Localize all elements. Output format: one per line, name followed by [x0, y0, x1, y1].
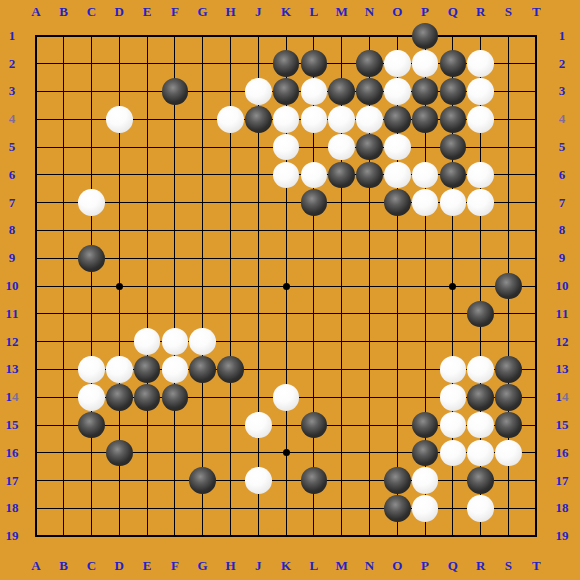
intersection-B11[interactable] [50, 300, 78, 328]
intersection-L7[interactable] [300, 189, 328, 217]
intersection-J9[interactable] [244, 244, 272, 272]
intersection-C17[interactable] [78, 467, 106, 495]
intersection-F12[interactable] [161, 328, 189, 356]
intersection-R5[interactable] [467, 133, 495, 161]
intersection-P17[interactable] [411, 467, 439, 495]
intersection-D1[interactable] [105, 22, 133, 50]
intersection-S18[interactable] [495, 495, 523, 523]
intersection-B7[interactable] [50, 189, 78, 217]
intersection-D12[interactable] [105, 328, 133, 356]
intersection-O6[interactable] [383, 161, 411, 189]
intersection-P2[interactable] [411, 50, 439, 78]
intersection-S12[interactable] [495, 328, 523, 356]
intersection-F9[interactable] [161, 244, 189, 272]
intersection-J5[interactable] [244, 133, 272, 161]
intersection-K2[interactable] [272, 50, 300, 78]
intersection-Q13[interactable] [439, 356, 467, 384]
intersection-K5[interactable] [272, 133, 300, 161]
intersection-A18[interactable] [22, 495, 50, 523]
intersection-B5[interactable] [50, 133, 78, 161]
intersection-S9[interactable] [495, 244, 523, 272]
intersection-E3[interactable] [133, 78, 161, 106]
intersection-K13[interactable] [272, 356, 300, 384]
intersection-F13[interactable] [161, 356, 189, 384]
intersection-O5[interactable] [383, 133, 411, 161]
intersection-L4[interactable] [300, 105, 328, 133]
intersection-A1[interactable] [22, 22, 50, 50]
intersection-O12[interactable] [383, 328, 411, 356]
intersection-D15[interactable] [105, 411, 133, 439]
intersection-M18[interactable] [328, 495, 356, 523]
intersection-P4[interactable] [411, 105, 439, 133]
intersection-H4[interactable] [217, 105, 245, 133]
intersection-Q2[interactable] [439, 50, 467, 78]
intersection-Q3[interactable] [439, 78, 467, 106]
intersection-B14[interactable] [50, 383, 78, 411]
intersection-H10[interactable] [217, 272, 245, 300]
intersection-N15[interactable] [356, 411, 384, 439]
intersection-M8[interactable] [328, 217, 356, 245]
intersection-B17[interactable] [50, 467, 78, 495]
intersection-N12[interactable] [356, 328, 384, 356]
intersection-S13[interactable] [495, 356, 523, 384]
intersection-F11[interactable] [161, 300, 189, 328]
intersection-G13[interactable] [189, 356, 217, 384]
intersection-S17[interactable] [495, 467, 523, 495]
intersection-H12[interactable] [217, 328, 245, 356]
intersection-C15[interactable] [78, 411, 106, 439]
intersection-C8[interactable] [78, 217, 106, 245]
intersection-B15[interactable] [50, 411, 78, 439]
intersection-C18[interactable] [78, 495, 106, 523]
intersection-H3[interactable] [217, 78, 245, 106]
intersection-Q14[interactable] [439, 383, 467, 411]
intersection-N9[interactable] [356, 244, 384, 272]
intersection-M17[interactable] [328, 467, 356, 495]
intersection-H17[interactable] [217, 467, 245, 495]
intersection-T14[interactable] [522, 383, 550, 411]
intersection-O11[interactable] [383, 300, 411, 328]
intersection-M6[interactable] [328, 161, 356, 189]
intersection-D5[interactable] [105, 133, 133, 161]
intersection-E10[interactable] [133, 272, 161, 300]
intersection-J1[interactable] [244, 22, 272, 50]
intersection-E13[interactable] [133, 356, 161, 384]
intersection-E15[interactable] [133, 411, 161, 439]
intersection-C10[interactable] [78, 272, 106, 300]
intersection-Q5[interactable] [439, 133, 467, 161]
intersection-E17[interactable] [133, 467, 161, 495]
intersection-Q16[interactable] [439, 439, 467, 467]
intersection-P9[interactable] [411, 244, 439, 272]
intersection-B3[interactable] [50, 78, 78, 106]
intersection-P3[interactable] [411, 78, 439, 106]
intersection-N5[interactable] [356, 133, 384, 161]
intersection-P16[interactable] [411, 439, 439, 467]
intersection-K3[interactable] [272, 78, 300, 106]
intersection-C1[interactable] [78, 22, 106, 50]
intersection-B19[interactable] [50, 522, 78, 550]
intersection-O19[interactable] [383, 522, 411, 550]
intersection-T10[interactable] [522, 272, 550, 300]
intersection-G15[interactable] [189, 411, 217, 439]
intersection-N6[interactable] [356, 161, 384, 189]
intersection-L12[interactable] [300, 328, 328, 356]
intersection-A7[interactable] [22, 189, 50, 217]
intersection-Q10[interactable] [439, 272, 467, 300]
intersection-N16[interactable] [356, 439, 384, 467]
intersection-R10[interactable] [467, 272, 495, 300]
intersection-K17[interactable] [272, 467, 300, 495]
intersection-K4[interactable] [272, 105, 300, 133]
intersection-R9[interactable] [467, 244, 495, 272]
intersection-A8[interactable] [22, 217, 50, 245]
intersection-C2[interactable] [78, 50, 106, 78]
intersection-P14[interactable] [411, 383, 439, 411]
intersection-M19[interactable] [328, 522, 356, 550]
intersection-P11[interactable] [411, 300, 439, 328]
intersection-S16[interactable] [495, 439, 523, 467]
intersection-C12[interactable] [78, 328, 106, 356]
intersection-M15[interactable] [328, 411, 356, 439]
intersection-B12[interactable] [50, 328, 78, 356]
intersection-C16[interactable] [78, 439, 106, 467]
intersection-J7[interactable] [244, 189, 272, 217]
intersection-E19[interactable] [133, 522, 161, 550]
intersection-T15[interactable] [522, 411, 550, 439]
intersection-H7[interactable] [217, 189, 245, 217]
intersection-R13[interactable] [467, 356, 495, 384]
intersection-P15[interactable] [411, 411, 439, 439]
intersection-M16[interactable] [328, 439, 356, 467]
intersection-R3[interactable] [467, 78, 495, 106]
intersection-O17[interactable] [383, 467, 411, 495]
intersection-A3[interactable] [22, 78, 50, 106]
intersection-G16[interactable] [189, 439, 217, 467]
intersection-M5[interactable] [328, 133, 356, 161]
intersection-P18[interactable] [411, 495, 439, 523]
intersection-J4[interactable] [244, 105, 272, 133]
intersection-D18[interactable] [105, 495, 133, 523]
intersection-F6[interactable] [161, 161, 189, 189]
intersection-M10[interactable] [328, 272, 356, 300]
intersection-J18[interactable] [244, 495, 272, 523]
intersection-J10[interactable] [244, 272, 272, 300]
intersection-B8[interactable] [50, 217, 78, 245]
intersection-R4[interactable] [467, 105, 495, 133]
intersection-L15[interactable] [300, 411, 328, 439]
intersection-B6[interactable] [50, 161, 78, 189]
intersection-D9[interactable] [105, 244, 133, 272]
intersection-P7[interactable] [411, 189, 439, 217]
intersection-S10[interactable] [495, 272, 523, 300]
intersection-T17[interactable] [522, 467, 550, 495]
intersection-Q9[interactable] [439, 244, 467, 272]
intersection-Q4[interactable] [439, 105, 467, 133]
intersection-G11[interactable] [189, 300, 217, 328]
intersection-T3[interactable] [522, 78, 550, 106]
intersection-J13[interactable] [244, 356, 272, 384]
intersection-G1[interactable] [189, 22, 217, 50]
intersection-T11[interactable] [522, 300, 550, 328]
intersection-O3[interactable] [383, 78, 411, 106]
intersection-T16[interactable] [522, 439, 550, 467]
intersection-A13[interactable] [22, 356, 50, 384]
intersection-A17[interactable] [22, 467, 50, 495]
intersection-B16[interactable] [50, 439, 78, 467]
intersection-S6[interactable] [495, 161, 523, 189]
intersection-N17[interactable] [356, 467, 384, 495]
intersection-F4[interactable] [161, 105, 189, 133]
intersection-M3[interactable] [328, 78, 356, 106]
intersection-B18[interactable] [50, 495, 78, 523]
intersection-G8[interactable] [189, 217, 217, 245]
intersection-H1[interactable] [217, 22, 245, 50]
intersection-S5[interactable] [495, 133, 523, 161]
intersection-F8[interactable] [161, 217, 189, 245]
intersection-D13[interactable] [105, 356, 133, 384]
intersection-O10[interactable] [383, 272, 411, 300]
intersection-T2[interactable] [522, 50, 550, 78]
intersection-F19[interactable] [161, 522, 189, 550]
intersection-N13[interactable] [356, 356, 384, 384]
intersection-B2[interactable] [50, 50, 78, 78]
intersection-R11[interactable] [467, 300, 495, 328]
intersection-E8[interactable] [133, 217, 161, 245]
intersection-O9[interactable] [383, 244, 411, 272]
intersection-A12[interactable] [22, 328, 50, 356]
intersection-T1[interactable] [522, 22, 550, 50]
intersection-K10[interactable] [272, 272, 300, 300]
intersection-T5[interactable] [522, 133, 550, 161]
intersection-D2[interactable] [105, 50, 133, 78]
intersection-N10[interactable] [356, 272, 384, 300]
intersection-C11[interactable] [78, 300, 106, 328]
intersection-A11[interactable] [22, 300, 50, 328]
intersection-G2[interactable] [189, 50, 217, 78]
intersection-G3[interactable] [189, 78, 217, 106]
intersection-O13[interactable] [383, 356, 411, 384]
intersection-Q6[interactable] [439, 161, 467, 189]
intersection-T4[interactable] [522, 105, 550, 133]
intersection-G14[interactable] [189, 383, 217, 411]
intersection-T7[interactable] [522, 189, 550, 217]
intersection-O18[interactable] [383, 495, 411, 523]
intersection-D3[interactable] [105, 78, 133, 106]
intersection-J14[interactable] [244, 383, 272, 411]
intersection-N3[interactable] [356, 78, 384, 106]
intersection-R16[interactable] [467, 439, 495, 467]
intersection-M4[interactable] [328, 105, 356, 133]
intersection-R2[interactable] [467, 50, 495, 78]
intersection-A16[interactable] [22, 439, 50, 467]
intersection-K7[interactable] [272, 189, 300, 217]
intersection-R8[interactable] [467, 217, 495, 245]
intersection-H5[interactable] [217, 133, 245, 161]
intersection-P6[interactable] [411, 161, 439, 189]
intersection-D11[interactable] [105, 300, 133, 328]
intersection-T18[interactable] [522, 495, 550, 523]
intersection-Q19[interactable] [439, 522, 467, 550]
intersection-G12[interactable] [189, 328, 217, 356]
intersection-E6[interactable] [133, 161, 161, 189]
intersection-L6[interactable] [300, 161, 328, 189]
intersection-D6[interactable] [105, 161, 133, 189]
intersection-C14[interactable] [78, 383, 106, 411]
intersection-G7[interactable] [189, 189, 217, 217]
intersection-G18[interactable] [189, 495, 217, 523]
intersection-S1[interactable] [495, 22, 523, 50]
intersection-S15[interactable] [495, 411, 523, 439]
intersection-B4[interactable] [50, 105, 78, 133]
intersection-O4[interactable] [383, 105, 411, 133]
intersection-M14[interactable] [328, 383, 356, 411]
intersection-G6[interactable] [189, 161, 217, 189]
intersection-F2[interactable] [161, 50, 189, 78]
intersection-L17[interactable] [300, 467, 328, 495]
intersection-E2[interactable] [133, 50, 161, 78]
intersection-T13[interactable] [522, 356, 550, 384]
intersection-J19[interactable] [244, 522, 272, 550]
intersection-O7[interactable] [383, 189, 411, 217]
intersection-D4[interactable] [105, 105, 133, 133]
intersection-K9[interactable] [272, 244, 300, 272]
intersection-Q15[interactable] [439, 411, 467, 439]
intersection-G4[interactable] [189, 105, 217, 133]
intersection-T19[interactable] [522, 522, 550, 550]
intersection-K6[interactable] [272, 161, 300, 189]
intersection-H6[interactable] [217, 161, 245, 189]
intersection-F1[interactable] [161, 22, 189, 50]
intersection-L5[interactable] [300, 133, 328, 161]
intersection-N4[interactable] [356, 105, 384, 133]
intersection-O1[interactable] [383, 22, 411, 50]
intersection-M1[interactable] [328, 22, 356, 50]
intersection-N11[interactable] [356, 300, 384, 328]
intersection-N18[interactable] [356, 495, 384, 523]
intersection-D17[interactable] [105, 467, 133, 495]
intersection-D10[interactable] [105, 272, 133, 300]
intersection-T9[interactable] [522, 244, 550, 272]
intersection-P8[interactable] [411, 217, 439, 245]
intersection-Q11[interactable] [439, 300, 467, 328]
intersection-N2[interactable] [356, 50, 384, 78]
intersection-K1[interactable] [272, 22, 300, 50]
intersection-O8[interactable] [383, 217, 411, 245]
intersection-N7[interactable] [356, 189, 384, 217]
intersection-A10[interactable] [22, 272, 50, 300]
intersection-S2[interactable] [495, 50, 523, 78]
intersection-S4[interactable] [495, 105, 523, 133]
intersection-R6[interactable] [467, 161, 495, 189]
intersection-K12[interactable] [272, 328, 300, 356]
intersection-R12[interactable] [467, 328, 495, 356]
intersection-T8[interactable] [522, 217, 550, 245]
intersection-A19[interactable] [22, 522, 50, 550]
intersection-G17[interactable] [189, 467, 217, 495]
intersection-L2[interactable] [300, 50, 328, 78]
intersection-E18[interactable] [133, 495, 161, 523]
intersection-K14[interactable] [272, 383, 300, 411]
intersection-L13[interactable] [300, 356, 328, 384]
intersection-B13[interactable] [50, 356, 78, 384]
intersection-F3[interactable] [161, 78, 189, 106]
intersection-L16[interactable] [300, 439, 328, 467]
intersection-P13[interactable] [411, 356, 439, 384]
intersection-M13[interactable] [328, 356, 356, 384]
intersection-D7[interactable] [105, 189, 133, 217]
intersection-F10[interactable] [161, 272, 189, 300]
intersection-L3[interactable] [300, 78, 328, 106]
intersection-M7[interactable] [328, 189, 356, 217]
intersection-J6[interactable] [244, 161, 272, 189]
intersection-H16[interactable] [217, 439, 245, 467]
intersection-K16[interactable] [272, 439, 300, 467]
intersection-D19[interactable] [105, 522, 133, 550]
intersection-E16[interactable] [133, 439, 161, 467]
intersection-J16[interactable] [244, 439, 272, 467]
intersection-P1[interactable] [411, 22, 439, 50]
intersection-F17[interactable] [161, 467, 189, 495]
intersection-H15[interactable] [217, 411, 245, 439]
intersection-L9[interactable] [300, 244, 328, 272]
intersection-H18[interactable] [217, 495, 245, 523]
intersection-L8[interactable] [300, 217, 328, 245]
intersection-K19[interactable] [272, 522, 300, 550]
intersection-T6[interactable] [522, 161, 550, 189]
intersection-S8[interactable] [495, 217, 523, 245]
intersection-S3[interactable] [495, 78, 523, 106]
intersection-P5[interactable] [411, 133, 439, 161]
intersection-L11[interactable] [300, 300, 328, 328]
intersection-R15[interactable] [467, 411, 495, 439]
intersection-S19[interactable] [495, 522, 523, 550]
intersection-E11[interactable] [133, 300, 161, 328]
intersection-C19[interactable] [78, 522, 106, 550]
intersection-L14[interactable] [300, 383, 328, 411]
intersection-O16[interactable] [383, 439, 411, 467]
intersection-M9[interactable] [328, 244, 356, 272]
intersection-B1[interactable] [50, 22, 78, 50]
intersection-H19[interactable] [217, 522, 245, 550]
intersection-L19[interactable] [300, 522, 328, 550]
intersection-R1[interactable] [467, 22, 495, 50]
intersection-J3[interactable] [244, 78, 272, 106]
intersection-O2[interactable] [383, 50, 411, 78]
intersection-E1[interactable] [133, 22, 161, 50]
intersection-R17[interactable] [467, 467, 495, 495]
intersection-J12[interactable] [244, 328, 272, 356]
intersection-C7[interactable] [78, 189, 106, 217]
intersection-K11[interactable] [272, 300, 300, 328]
intersection-H9[interactable] [217, 244, 245, 272]
intersection-N14[interactable] [356, 383, 384, 411]
intersection-Q12[interactable] [439, 328, 467, 356]
intersection-B9[interactable] [50, 244, 78, 272]
intersection-S7[interactable] [495, 189, 523, 217]
intersection-G9[interactable] [189, 244, 217, 272]
intersection-N19[interactable] [356, 522, 384, 550]
intersection-L10[interactable] [300, 272, 328, 300]
intersection-J8[interactable] [244, 217, 272, 245]
intersection-Q18[interactable] [439, 495, 467, 523]
intersection-C6[interactable] [78, 161, 106, 189]
intersection-E7[interactable] [133, 189, 161, 217]
intersection-D8[interactable] [105, 217, 133, 245]
intersection-P19[interactable] [411, 522, 439, 550]
intersection-C13[interactable] [78, 356, 106, 384]
intersection-E9[interactable] [133, 244, 161, 272]
